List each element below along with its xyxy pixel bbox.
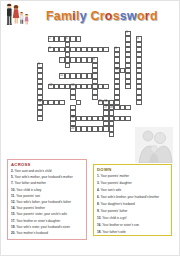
clue-row-number: 14. [11,206,15,210]
clue-number: 14 [38,100,41,103]
clue-number: 1 [126,31,127,34]
clue-row-text: Your wife's sister, your husband's siste… [16,225,70,229]
title-letter: y [80,9,87,23]
clue-row-number: 10. [11,188,15,192]
clue-number: 7 [60,58,61,61]
clue-row-number: 20. [11,231,15,235]
clue-number: 19 [71,116,74,119]
title-letter: w [127,9,137,23]
clue-row-text: Your child is a girl [102,216,126,220]
clue-row-number: 7. [11,181,14,185]
clue-row-text: Your parents' daughter [101,181,132,185]
title-letter: o [137,9,145,23]
title-letter: C [91,9,100,23]
clue-number: 8 [93,58,94,61]
clue-row: 4.Your son's wife [97,187,170,194]
clue-number: 4 [137,37,138,40]
clue-row-text: Your parents' brother [16,206,45,210]
clue-row-text: Your parents' mother [101,174,130,178]
family-photo [135,127,173,163]
clue-row-number: 12. [11,200,15,204]
clue-number: 2 [49,37,50,40]
clue-number: 3 [66,37,67,40]
clue-number: 13 [71,84,74,87]
clue-row-text: Your parents' son [16,194,40,198]
clue-number: 15 [99,100,102,103]
clue-row-number: 19. [11,225,15,229]
clue-row-text: Your wife's brother, your husband's brot… [101,195,160,199]
across-clues-box: ACROSS 2.Your aunt and uncle's child5.Yo… [7,159,87,240]
clue-number: 16 [104,100,107,103]
clue-row: 1.Your parents' mother [97,173,170,180]
clue-row-number: 1. [97,174,100,178]
clue-row: 3.Your parents' daughter [97,180,170,187]
title-letter: d [150,9,158,23]
clue-row: 8.Your daughter's husband [97,201,170,208]
clue-row-text: Your wife's mother, your husband's mothe… [15,175,73,179]
clue-row-number: 11. [11,194,15,198]
clue-row-text: Your brother or sister's daughter [16,219,60,223]
clue-row-text: Your child is a boy [16,188,41,192]
clue-row-text: Your parents' sister, your uncle's wife [16,212,67,216]
clue-row-text: Your parents' father [101,209,128,213]
clue-row-number: 4. [97,188,100,192]
across-clue-list: 2.Your aunt and uncle's child5.Your wife… [11,168,85,236]
clue-number: 12 [49,84,52,87]
clue-number: 6 [115,47,116,50]
worksheet-page: Family Crossword 12345678910111213141516… [0,0,180,256]
clue-row: 9.Your parents' father [97,208,170,215]
title-letter: F [46,9,54,23]
clue-row-text: Your aunt and uncle's child [15,169,52,173]
title-letter: s [113,9,120,23]
clue-row-number: 2. [11,169,14,173]
clue-row-number: 3. [97,181,100,185]
crossword-grid: 1234567891011121314151617181920 [26,31,147,137]
clue-number: 11 [60,74,63,77]
clue-row: 16.Your brother or sister's son [97,222,170,229]
title-letter: s [120,9,127,23]
clue-number: 17 [104,106,107,109]
page-title: Family Crossword [46,9,158,23]
clue-row: 18.Your father's wife [97,229,170,236]
clue-row-number: 16. [97,223,101,227]
clue-row-number: 5. [11,175,14,179]
clue-row: 13.Your child is a girl [97,215,170,222]
clue-number: 9 [38,63,39,66]
title-letter: m [61,9,72,23]
clue-row-number: 6. [97,195,100,199]
clue-number: 10 [115,68,118,71]
clue-row-text: Your son's wife [101,188,122,192]
clue-row-text: Your mother's husband [16,231,48,235]
clue-number: 18 [110,106,113,109]
clue-row-text: Your father and mother [15,181,47,185]
family-clipart [4,2,31,31]
down-clue-list: 1.Your parents' mother3.Your parents' da… [97,173,170,236]
clue-row-text: Your brother or sister's son [102,223,139,227]
clue-row-number: 13. [97,216,101,220]
clue-row-text: Your wife's father, your husband's fathe… [16,200,71,204]
clue-row: 20.Your mother's husband [11,230,85,236]
clue-row-text: Your daughter's husband [101,202,135,206]
clue-number: 5 [49,47,50,50]
clue-row-number: 9. [97,209,100,213]
clue-row: 6.Your wife's brother, your husband's br… [97,194,170,201]
clue-row-number: 17. [11,219,15,223]
clue-number: 20 [71,127,74,130]
title-letter: o [105,9,113,23]
clue-row-number: 8. [97,202,100,206]
down-clues-box: DOWN 1.Your parents' mother3.Your parent… [93,164,172,236]
title-letter: a [54,9,61,23]
clue-row-number: 18. [97,230,101,234]
clue-row-text: Your father's wife [102,230,126,234]
clue-row-number: 15. [11,212,15,216]
